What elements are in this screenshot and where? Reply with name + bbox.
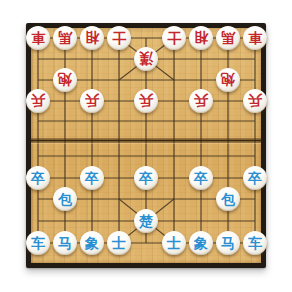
piece-glyph: 士 xyxy=(167,236,181,250)
piece-blue-soldier-c6[interactable]: 卒 xyxy=(80,166,104,190)
piece-glyph: 卒 xyxy=(85,171,99,185)
piece-red-soldier-i3[interactable]: 兵 xyxy=(243,89,267,113)
piece-glyph: 士 xyxy=(112,236,126,250)
piece-glyph: 相 xyxy=(194,31,208,45)
piece-glyph: 楚 xyxy=(139,214,153,228)
piece-glyph: 炮 xyxy=(221,73,235,87)
piece-blue-soldier-i6[interactable]: 卒 xyxy=(243,166,267,190)
piece-blue-elephant-g9[interactable]: 象 xyxy=(189,231,213,255)
xiangqi-board-frame: 車馬相士士相馬車漢炮炮兵兵兵兵兵卒卒卒卒卒包包楚车马象士士象马车 xyxy=(26,23,266,268)
piece-glyph: 兵 xyxy=(139,94,153,108)
xiangqi-board: 車馬相士士相馬車漢炮炮兵兵兵兵兵卒卒卒卒卒包包楚车马象士士象马车 xyxy=(31,28,261,263)
piece-blue-advisor-f9[interactable]: 士 xyxy=(162,231,186,255)
piece-glyph: 包 xyxy=(221,192,235,206)
piece-glyph: 车 xyxy=(31,236,45,250)
piece-glyph: 卒 xyxy=(31,171,45,185)
piece-red-soldier-a3[interactable]: 兵 xyxy=(26,89,50,113)
piece-glyph: 士 xyxy=(167,31,181,45)
piece-glyph: 马 xyxy=(221,236,235,250)
piece-glyph: 象 xyxy=(85,236,99,250)
piece-glyph: 兵 xyxy=(248,94,262,108)
piece-red-soldier-g3[interactable]: 兵 xyxy=(189,89,213,113)
piece-glyph: 包 xyxy=(58,192,72,206)
piece-glyph: 相 xyxy=(85,31,99,45)
piece-glyph: 馬 xyxy=(221,31,235,45)
piece-glyph: 馬 xyxy=(58,31,72,45)
piece-glyph: 車 xyxy=(248,31,262,45)
piece-blue-advisor-d9[interactable]: 士 xyxy=(107,231,131,255)
piece-glyph: 象 xyxy=(194,236,208,250)
piece-red-elephant-g0[interactable]: 相 xyxy=(189,26,213,50)
piece-glyph: 兵 xyxy=(31,94,45,108)
piece-glyph: 炮 xyxy=(58,73,72,87)
piece-red-advisor-d0[interactable]: 士 xyxy=(107,26,131,50)
piece-glyph: 兵 xyxy=(85,94,99,108)
piece-red-cannon-h2[interactable]: 炮 xyxy=(216,68,240,92)
piece-glyph: 車 xyxy=(31,31,45,45)
piece-blue-soldier-a6[interactable]: 卒 xyxy=(26,166,50,190)
piece-glyph: 卒 xyxy=(139,171,153,185)
piece-blue-soldier-g6[interactable]: 卒 xyxy=(189,166,213,190)
piece-blue-chariot-i9[interactable]: 车 xyxy=(243,231,267,255)
piece-blue-horse-h9[interactable]: 马 xyxy=(216,231,240,255)
piece-red-horse-h0[interactable]: 馬 xyxy=(216,26,240,50)
piece-blue-cannon-b7[interactable]: 包 xyxy=(53,187,77,211)
piece-red-chariot-i0[interactable]: 車 xyxy=(243,26,267,50)
piece-blue-king-e8[interactable]: 楚 xyxy=(134,209,158,233)
piece-glyph: 卒 xyxy=(248,171,262,185)
piece-blue-horse-b9[interactable]: 马 xyxy=(53,231,77,255)
piece-red-advisor-f0[interactable]: 士 xyxy=(162,26,186,50)
piece-red-elephant-c0[interactable]: 相 xyxy=(80,26,104,50)
piece-glyph: 卒 xyxy=(194,171,208,185)
piece-blue-soldier-e6[interactable]: 卒 xyxy=(134,166,158,190)
piece-red-horse-b0[interactable]: 馬 xyxy=(53,26,77,50)
piece-glyph: 兵 xyxy=(194,94,208,108)
piece-red-soldier-c3[interactable]: 兵 xyxy=(80,89,104,113)
photo-background: 車馬相士士相馬車漢炮炮兵兵兵兵兵卒卒卒卒卒包包楚车马象士士象马车 xyxy=(0,0,292,292)
piece-red-king-e1[interactable]: 漢 xyxy=(134,47,158,71)
piece-blue-cannon-h7[interactable]: 包 xyxy=(216,187,240,211)
piece-glyph: 马 xyxy=(58,236,72,250)
piece-red-chariot-a0[interactable]: 車 xyxy=(26,26,50,50)
piece-glyph: 车 xyxy=(248,236,262,250)
piece-red-soldier-e3[interactable]: 兵 xyxy=(134,89,158,113)
piece-glyph: 漢 xyxy=(139,52,153,66)
piece-blue-elephant-c9[interactable]: 象 xyxy=(80,231,104,255)
piece-glyph: 士 xyxy=(112,31,126,45)
piece-blue-chariot-a9[interactable]: 车 xyxy=(26,231,50,255)
piece-red-cannon-b2[interactable]: 炮 xyxy=(53,68,77,92)
